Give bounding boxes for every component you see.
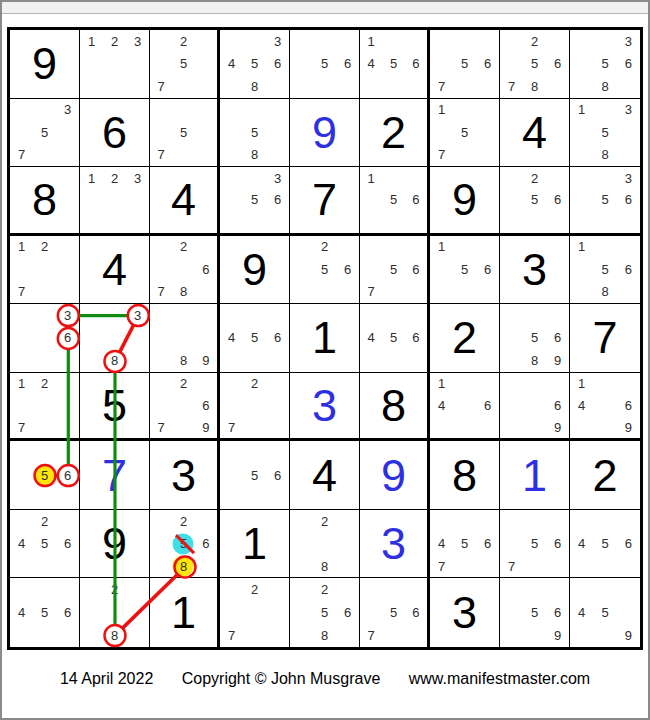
cell-r4c2[interactable]: 4 xyxy=(80,236,150,305)
candidate-2: 2 xyxy=(172,236,194,259)
candidate-2: 2 xyxy=(103,30,126,53)
candidate-grid: 1456 xyxy=(360,30,427,98)
given-digit: 4 xyxy=(312,453,337,498)
cell-r5c4[interactable]: 456 xyxy=(220,304,290,373)
candidate-grid: 256 xyxy=(290,236,359,304)
candidate-6: 6 xyxy=(617,189,640,211)
candidate-grid: 123 xyxy=(80,30,149,98)
cell-r7c3[interactable]: 3 xyxy=(150,441,220,510)
cell-r9c7[interactable]: 3 xyxy=(430,578,500,647)
candidate-2: 2 xyxy=(313,578,336,601)
candidate-3: 3 xyxy=(617,167,640,189)
candidate-5: 5 xyxy=(593,53,616,76)
footer: 14 April 2022 Copyright © John Musgrave … xyxy=(0,670,650,688)
candidate-6: 6 xyxy=(266,464,289,487)
candidate-5: 5 xyxy=(243,121,266,144)
cell-r2c7[interactable]: 157 xyxy=(430,99,500,168)
candidate-6: 6 xyxy=(405,53,427,76)
candidate-7: 7 xyxy=(430,555,453,578)
candidate-5: 5 xyxy=(593,601,616,624)
cell-r3c7[interactable]: 9 xyxy=(430,167,500,236)
candidate-grid: 36 xyxy=(10,304,79,372)
cell-r9c8[interactable]: 569 xyxy=(500,578,570,647)
cell-r9c3[interactable]: 1 xyxy=(150,578,220,647)
candidate-7: 7 xyxy=(360,624,382,647)
candidate-9: 9 xyxy=(546,416,569,438)
candidate-6: 6 xyxy=(195,395,217,417)
candidate-5: 5 xyxy=(593,121,616,144)
cell-r1c2[interactable]: 123 xyxy=(80,30,150,99)
given-digit: 7 xyxy=(312,177,337,222)
candidate-5: 5 xyxy=(313,258,336,281)
candidate-1: 1 xyxy=(80,167,103,189)
given-digit: 2 xyxy=(452,315,477,360)
cell-r2c9[interactable]: 1358 xyxy=(570,99,640,168)
candidate-grid: 356 xyxy=(220,167,289,233)
candidate-5: 5 xyxy=(523,532,546,555)
cell-r3c8[interactable]: 256 xyxy=(500,167,570,236)
cell-r4c3[interactable]: 2678 xyxy=(150,236,220,305)
cell-r6c3[interactable]: 2679 xyxy=(150,373,220,442)
cell-r2c5[interactable]: 9 xyxy=(290,99,360,168)
candidate-4: 4 xyxy=(10,601,33,624)
candidate-1: 1 xyxy=(570,99,593,122)
candidate-4: 4 xyxy=(220,327,243,350)
candidate-grid: 569 xyxy=(500,578,569,647)
candidate-2: 2 xyxy=(172,510,194,533)
candidate-6: 6 xyxy=(56,532,79,555)
candidate-1: 1 xyxy=(570,373,593,395)
candidate-5: 5 xyxy=(172,121,194,144)
candidate-grid: 38 xyxy=(80,304,149,372)
candidate-6: 6 xyxy=(405,258,427,281)
candidate-grid: 1568 xyxy=(570,236,640,304)
given-digit: 2 xyxy=(592,453,617,498)
candidate-6: 6 xyxy=(56,327,79,350)
candidate-7: 7 xyxy=(360,281,382,304)
given-digit: 1 xyxy=(171,590,196,635)
candidate-4: 4 xyxy=(570,532,593,555)
candidate-4: 4 xyxy=(360,327,382,350)
candidate-6: 6 xyxy=(266,189,289,211)
candidate-2: 2 xyxy=(523,167,546,189)
candidate-8: 8 xyxy=(103,624,126,647)
cell-r8c6[interactable]: 3 xyxy=(360,510,430,579)
cell-r3c5[interactable]: 7 xyxy=(290,167,360,236)
candidate-6: 6 xyxy=(617,532,640,555)
cell-r1c3[interactable]: 257 xyxy=(150,30,220,99)
candidate-6: 6 xyxy=(266,327,289,350)
cell-r9c5[interactable]: 2568 xyxy=(290,578,360,647)
given-digit: 7 xyxy=(592,315,617,360)
candidate-6: 6 xyxy=(336,258,359,281)
cell-r2c1[interactable]: 357 xyxy=(10,99,80,168)
candidate-2: 2 xyxy=(313,510,336,533)
candidate-5: 5 xyxy=(33,601,56,624)
candidate-9: 9 xyxy=(617,624,640,647)
cell-r2c3[interactable]: 57 xyxy=(150,99,220,168)
candidate-8: 8 xyxy=(313,555,336,578)
cell-r8c2[interactable]: 9 xyxy=(80,510,150,579)
cell-r6c8[interactable]: 69 xyxy=(500,373,570,442)
candidate-5: 5 xyxy=(382,53,404,76)
footer-copyright: Copyright © John Musgrave xyxy=(182,670,381,687)
candidate-8: 8 xyxy=(243,75,266,98)
cell-r5c5[interactable]: 1 xyxy=(290,304,360,373)
candidate-3: 3 xyxy=(266,167,289,189)
candidate-8: 8 xyxy=(523,349,546,372)
candidate-7: 7 xyxy=(500,555,523,578)
candidate-6: 6 xyxy=(617,53,640,76)
given-digit: 9 xyxy=(102,521,127,566)
cell-r7c2[interactable]: 7 xyxy=(80,441,150,510)
candidate-6: 6 xyxy=(336,601,359,624)
given-digit: 4 xyxy=(522,110,547,155)
candidate-grid: 456 xyxy=(570,510,640,578)
cell-r8c9[interactable]: 456 xyxy=(570,510,640,579)
cell-r7c8[interactable]: 1 xyxy=(500,441,570,510)
candidate-7: 7 xyxy=(150,144,172,167)
candidate-6: 6 xyxy=(195,258,217,281)
solved-digit: 9 xyxy=(312,110,337,155)
candidate-8: 8 xyxy=(172,349,194,372)
candidate-grid: 156 xyxy=(430,236,499,304)
candidate-5: 5 xyxy=(453,121,476,144)
candidate-grid: 2568 xyxy=(150,510,217,578)
cell-r4c4[interactable]: 9 xyxy=(220,236,290,305)
candidate-5: 5 xyxy=(382,258,404,281)
candidate-6: 6 xyxy=(546,53,569,76)
given-digit: 8 xyxy=(452,453,477,498)
cell-r5c1[interactable]: 36 xyxy=(10,304,80,373)
candidate-7: 7 xyxy=(150,75,172,98)
candidate-3: 3 xyxy=(126,30,149,53)
candidate-5: 5 xyxy=(523,601,546,624)
cell-r9c1[interactable]: 456 xyxy=(10,578,80,647)
candidate-grid: 567 xyxy=(360,578,427,647)
cell-r6c2[interactable]: 5 xyxy=(80,373,150,442)
candidate-2: 2 xyxy=(243,373,266,395)
candidate-grid: 28 xyxy=(290,510,359,578)
solved-digit: 3 xyxy=(312,383,337,428)
candidate-grid: 127 xyxy=(10,236,79,304)
candidate-4: 4 xyxy=(220,53,243,76)
footer-website[interactable]: www.manifestmaster.com xyxy=(409,670,590,687)
candidate-6: 6 xyxy=(546,601,569,624)
cell-r4c9[interactable]: 1568 xyxy=(570,236,640,305)
given-digit: 1 xyxy=(312,315,337,360)
cell-r8c3[interactable]: 2568 xyxy=(150,510,220,579)
cell-r1c7[interactable]: 567 xyxy=(430,30,500,99)
candidate-4: 4 xyxy=(570,601,593,624)
candidate-grid: 3568 xyxy=(570,30,640,98)
cell-r9c9[interactable]: 459 xyxy=(570,578,640,647)
cell-r1c4[interactable]: 34568 xyxy=(220,30,290,99)
candidate-6: 6 xyxy=(336,53,359,76)
cell-r3c9[interactable]: 356 xyxy=(570,167,640,236)
sudoku-page: 9123257345685614565672567835683576575892… xyxy=(0,0,650,720)
candidate-2: 2 xyxy=(103,167,126,189)
candidate-5: 5 xyxy=(523,189,546,211)
given-digit: 8 xyxy=(32,177,57,222)
candidate-6: 6 xyxy=(405,189,427,211)
candidate-8: 8 xyxy=(593,144,616,167)
candidate-5: 5 xyxy=(382,189,404,211)
candidate-6: 6 xyxy=(546,532,569,555)
cell-r9c6[interactable]: 567 xyxy=(360,578,430,647)
cell-r6c7[interactable]: 146 xyxy=(430,373,500,442)
candidate-9: 9 xyxy=(546,624,569,647)
candidate-1: 1 xyxy=(570,236,593,259)
candidate-grid: 567 xyxy=(500,510,569,578)
cell-r1c8[interactable]: 25678 xyxy=(500,30,570,99)
candidate-grid: 156 xyxy=(360,167,427,233)
candidate-5: 5 xyxy=(453,53,476,76)
cell-r3c1[interactable]: 8 xyxy=(10,167,80,236)
candidate-8: 8 xyxy=(523,75,546,98)
candidate-grid: 567 xyxy=(430,30,499,98)
candidate-5: 5 xyxy=(382,327,404,350)
cell-r2c2[interactable]: 6 xyxy=(80,99,150,168)
candidate-grid: 2456 xyxy=(10,510,79,578)
candidate-4: 4 xyxy=(10,532,33,555)
cell-r2c6[interactable]: 2 xyxy=(360,99,430,168)
candidate-9: 9 xyxy=(546,349,569,372)
candidate-2: 2 xyxy=(33,373,56,395)
candidate-5: 5 xyxy=(523,53,546,76)
cell-r5c2[interactable]: 38 xyxy=(80,304,150,373)
cell-r4c8[interactable]: 3 xyxy=(500,236,570,305)
cell-r3c2[interactable]: 123 xyxy=(80,167,150,236)
candidate-7: 7 xyxy=(10,416,33,438)
given-digit: 3 xyxy=(171,453,196,498)
candidate-7: 7 xyxy=(220,416,243,438)
candidate-2: 2 xyxy=(33,510,56,533)
candidate-5: 5 xyxy=(243,464,266,487)
cell-r2c4[interactable]: 58 xyxy=(220,99,290,168)
cell-r7c1[interactable]: 56 xyxy=(10,441,80,510)
given-digit: 2 xyxy=(381,110,406,155)
cell-r8c4[interactable]: 1 xyxy=(220,510,290,579)
candidate-2: 2 xyxy=(313,236,336,259)
cell-r8c5[interactable]: 28 xyxy=(290,510,360,579)
candidate-grid: 2678 xyxy=(150,236,217,304)
candidate-grid: 4567 xyxy=(430,510,499,578)
candidate-6: 6 xyxy=(476,258,499,281)
candidate-8: 8 xyxy=(313,624,336,647)
candidate-6: 6 xyxy=(266,53,289,76)
cell-r6c9[interactable]: 1469 xyxy=(570,373,640,442)
candidate-1: 1 xyxy=(10,373,33,395)
candidate-6: 6 xyxy=(405,601,427,624)
cell-r7c5[interactable]: 4 xyxy=(290,441,360,510)
cell-r3c4[interactable]: 356 xyxy=(220,167,290,236)
candidate-5: 5 xyxy=(593,532,616,555)
cell-r7c4[interactable]: 56 xyxy=(220,441,290,510)
candidate-grid: 56 xyxy=(10,441,79,509)
candidate-1: 1 xyxy=(80,30,103,53)
given-digit: 3 xyxy=(522,247,547,292)
candidate-3: 3 xyxy=(617,99,640,122)
candidate-grid: 2679 xyxy=(150,373,217,439)
candidate-6: 6 xyxy=(476,532,499,555)
candidate-grid: 5689 xyxy=(500,304,569,372)
candidate-4: 4 xyxy=(570,395,593,417)
cell-r9c2[interactable]: 28 xyxy=(80,578,150,647)
candidate-3: 3 xyxy=(126,167,149,189)
candidate-5: 5 xyxy=(453,532,476,555)
candidate-5: 5 xyxy=(523,327,546,350)
candidate-4: 4 xyxy=(430,395,453,417)
candidate-7: 7 xyxy=(150,281,172,304)
candidate-6: 6 xyxy=(56,601,79,624)
candidate-7: 7 xyxy=(10,281,33,304)
given-digit: 6 xyxy=(102,110,127,155)
candidate-grid: 567 xyxy=(360,236,427,304)
candidate-8: 8 xyxy=(593,75,616,98)
sudoku-board[interactable]: 9123257345685614565672567835683576575892… xyxy=(7,27,643,650)
candidate-7: 7 xyxy=(430,144,453,167)
cell-r3c6[interactable]: 156 xyxy=(360,167,430,236)
candidate-6: 6 xyxy=(476,53,499,76)
candidate-grid: 25678 xyxy=(500,30,569,98)
candidate-5: 5 xyxy=(313,53,336,76)
candidate-6: 6 xyxy=(546,327,569,350)
candidate-7: 7 xyxy=(10,144,33,167)
candidate-1: 1 xyxy=(430,373,453,395)
candidate-6: 6 xyxy=(617,395,640,417)
candidate-3: 3 xyxy=(56,99,79,122)
candidate-grid: 146 xyxy=(430,373,499,439)
candidate-grid: 1469 xyxy=(570,373,640,439)
candidate-grid: 356 xyxy=(570,167,640,233)
candidate-6: 6 xyxy=(617,258,640,281)
candidate-2: 2 xyxy=(523,30,546,53)
candidate-3: 3 xyxy=(266,30,289,53)
cell-r8c1[interactable]: 2456 xyxy=(10,510,80,579)
cell-r9c4[interactable]: 27 xyxy=(220,578,290,647)
cell-r1c1[interactable]: 9 xyxy=(10,30,80,99)
candidate-5: 5 xyxy=(453,258,476,281)
candidate-9: 9 xyxy=(195,416,217,438)
candidate-5: 5 xyxy=(382,601,404,624)
candidate-grid: 69 xyxy=(500,373,569,439)
cell-r1c9[interactable]: 3568 xyxy=(570,30,640,99)
cell-r7c9[interactable]: 2 xyxy=(570,441,640,510)
candidate-6: 6 xyxy=(405,327,427,350)
candidate-grid: 456 xyxy=(220,304,289,372)
candidate-7: 7 xyxy=(220,624,243,647)
candidate-2: 2 xyxy=(33,236,56,259)
cell-r6c6[interactable]: 8 xyxy=(360,373,430,442)
candidate-6: 6 xyxy=(546,395,569,417)
cell-r8c7[interactable]: 4567 xyxy=(430,510,500,579)
candidate-2: 2 xyxy=(243,578,266,601)
footer-date: 14 April 2022 xyxy=(60,670,153,687)
candidate-grid: 123 xyxy=(80,167,149,233)
candidate-grid: 89 xyxy=(150,304,217,372)
candidate-grid: 157 xyxy=(430,99,499,167)
candidate-grid: 27 xyxy=(220,578,289,647)
candidate-grid: 57 xyxy=(150,99,217,167)
candidate-5: 5 xyxy=(33,532,56,555)
candidate-4: 4 xyxy=(360,53,382,76)
candidate-grid: 357 xyxy=(10,99,79,167)
solved-digit: 1 xyxy=(522,453,547,498)
candidate-2: 2 xyxy=(172,30,194,53)
cell-r4c7[interactable]: 156 xyxy=(430,236,500,305)
cell-r5c7[interactable]: 2 xyxy=(430,304,500,373)
candidate-5: 5 xyxy=(243,53,266,76)
candidate-grid: 1358 xyxy=(570,99,640,167)
cell-r4c6[interactable]: 567 xyxy=(360,236,430,305)
candidate-5: 5 xyxy=(593,258,616,281)
candidate-grid: 2568 xyxy=(290,578,359,647)
cell-r2c8[interactable]: 4 xyxy=(500,99,570,168)
candidate-8: 8 xyxy=(593,281,616,304)
given-digit: 1 xyxy=(242,521,267,566)
given-digit: 4 xyxy=(102,247,127,292)
given-digit: 3 xyxy=(452,590,477,635)
candidate-8: 8 xyxy=(243,144,266,167)
cell-r8c8[interactable]: 567 xyxy=(500,510,570,579)
candidate-1: 1 xyxy=(10,236,33,259)
cell-r6c1[interactable]: 127 xyxy=(10,373,80,442)
candidate-8: 8 xyxy=(172,555,194,578)
cell-r7c6[interactable]: 9 xyxy=(360,441,430,510)
candidate-1: 1 xyxy=(360,30,382,53)
candidate-1: 1 xyxy=(360,167,382,189)
cell-r1c6[interactable]: 1456 xyxy=(360,30,430,99)
candidate-5: 5 xyxy=(593,189,616,211)
candidate-9: 9 xyxy=(617,416,640,438)
candidate-grid: 56 xyxy=(220,441,289,509)
given-digit: 9 xyxy=(242,247,267,292)
given-digit: 4 xyxy=(171,177,196,222)
candidate-1: 1 xyxy=(430,236,453,259)
cell-r5c9[interactable]: 7 xyxy=(570,304,640,373)
candidate-3: 3 xyxy=(617,30,640,53)
candidate-grid: 256 xyxy=(500,167,569,233)
candidate-8: 8 xyxy=(103,349,126,372)
candidate-6: 6 xyxy=(195,532,217,555)
candidate-grid: 459 xyxy=(570,578,640,647)
cell-r5c8[interactable]: 5689 xyxy=(500,304,570,373)
cell-r5c6[interactable]: 456 xyxy=(360,304,430,373)
candidate-7: 7 xyxy=(430,75,453,98)
cell-r4c1[interactable]: 127 xyxy=(10,236,80,305)
solved-digit: 3 xyxy=(381,521,406,566)
candidate-5: 5 xyxy=(172,53,194,76)
cell-r7c7[interactable]: 8 xyxy=(430,441,500,510)
candidate-grid: 456 xyxy=(10,578,79,647)
cell-r6c4[interactable]: 27 xyxy=(220,373,290,442)
given-digit: 9 xyxy=(32,41,57,86)
candidate-7: 7 xyxy=(500,75,523,98)
cell-r1c5[interactable]: 56 xyxy=(290,30,360,99)
candidate-5: 5 xyxy=(33,464,56,487)
candidate-4: 4 xyxy=(430,532,453,555)
cell-r3c3[interactable]: 4 xyxy=(150,167,220,236)
cell-r6c5[interactable]: 3 xyxy=(290,373,360,442)
candidate-grid: 56 xyxy=(290,30,359,98)
candidate-6: 6 xyxy=(476,395,499,417)
cell-r4c5[interactable]: 256 xyxy=(290,236,360,305)
candidate-3: 3 xyxy=(126,304,149,327)
solved-digit: 7 xyxy=(102,453,127,498)
given-digit: 5 xyxy=(102,383,127,428)
cell-r5c3[interactable]: 89 xyxy=(150,304,220,373)
